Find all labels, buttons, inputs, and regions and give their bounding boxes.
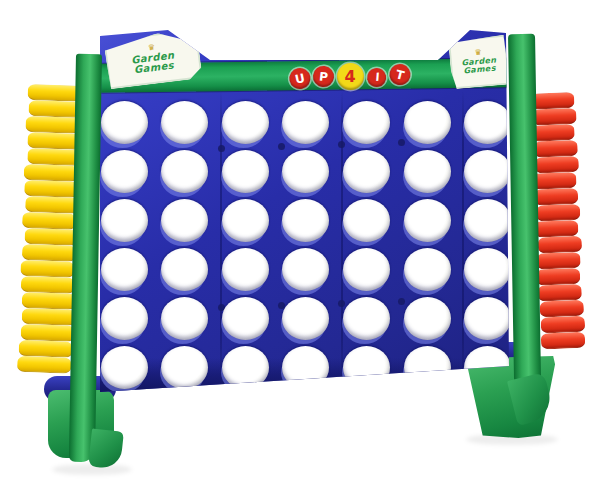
red-reserve-disc <box>540 300 585 318</box>
empty-hole <box>222 346 269 389</box>
red-reserve-disc <box>536 252 581 270</box>
red-reserve-disc <box>532 172 577 190</box>
cell-r5c2 <box>155 294 216 343</box>
cell-r6c4 <box>276 343 337 392</box>
cell-r5c5 <box>336 294 397 343</box>
empty-hole <box>404 346 451 389</box>
empty-hole <box>343 248 390 291</box>
brand-name-line2: Games <box>134 61 175 76</box>
empty-hole <box>161 346 208 389</box>
empty-hole <box>464 101 511 144</box>
yellow-reserve-disc <box>24 180 79 198</box>
empty-hole <box>282 248 329 291</box>
empty-hole <box>282 150 329 193</box>
brand-logo-right: ♛ Garden Games <box>448 35 510 90</box>
red-reserve-disc <box>536 268 581 286</box>
yellow-reserve-disc <box>19 340 74 358</box>
empty-hole <box>101 101 148 144</box>
yellow-reserve-disc <box>22 244 77 262</box>
red-reserve-disc <box>533 140 578 158</box>
title-badge-U: U <box>287 66 312 91</box>
red-reserve-disc <box>534 156 579 174</box>
empty-hole <box>222 150 269 193</box>
cell-r3c7 <box>457 196 518 245</box>
empty-hole <box>343 101 390 144</box>
empty-hole <box>222 248 269 291</box>
cell-r2c2 <box>155 147 216 196</box>
cell-r6c5 <box>336 343 397 392</box>
cell-r2c5 <box>336 147 397 196</box>
yellow-reserve-disc <box>25 116 80 134</box>
empty-hole <box>282 346 329 389</box>
cell-r1c2 <box>155 98 216 147</box>
empty-hole <box>161 297 208 340</box>
empty-hole <box>282 297 329 340</box>
yellow-reserve-disc <box>22 212 77 230</box>
red-reserve-disc <box>538 236 583 254</box>
cell-r4c2 <box>155 245 216 294</box>
yellow-reserve-disc <box>24 228 79 246</box>
empty-hole <box>464 199 511 242</box>
empty-hole <box>101 150 148 193</box>
red-reserve-disc <box>530 124 575 142</box>
cell-r6c3 <box>215 343 276 392</box>
empty-hole <box>101 248 148 291</box>
red-reserve-disc <box>534 220 579 238</box>
empty-hole <box>161 150 208 193</box>
empty-hole <box>464 150 511 193</box>
cell-r4c7 <box>457 245 518 294</box>
cell-r4c3 <box>215 245 276 294</box>
cell-r1c5 <box>336 98 397 147</box>
yellow-reserve-disc <box>22 308 77 326</box>
empty-hole <box>101 199 148 242</box>
cell-r1c6 <box>397 98 458 147</box>
yellow-reserve-disc <box>22 292 77 310</box>
cell-r3c5 <box>336 196 397 245</box>
yellow-reserve-disc <box>24 164 79 182</box>
empty-hole <box>343 297 390 340</box>
cell-r5c4 <box>276 294 337 343</box>
empty-hole <box>101 346 148 389</box>
cell-r1c1 <box>94 98 155 147</box>
product-photo: ♛ Garden Games ♛ Garden Games UP4IT <box>0 0 610 493</box>
empty-hole <box>161 101 208 144</box>
empty-hole <box>161 248 208 291</box>
cell-r1c4 <box>276 98 337 147</box>
cell-r3c4 <box>276 196 337 245</box>
cell-r5c1 <box>94 294 155 343</box>
cell-r2c3 <box>215 147 276 196</box>
cell-r2c4 <box>276 147 337 196</box>
yellow-reserve-disc <box>21 324 76 342</box>
empty-hole <box>222 101 269 144</box>
right-frame-post <box>508 34 541 386</box>
hole-grid <box>94 98 518 392</box>
cell-r5c6 <box>397 294 458 343</box>
yellow-reserve-disc <box>21 276 76 294</box>
cell-r6c2 <box>155 343 216 392</box>
yellow-reserve-disc <box>20 260 75 278</box>
empty-hole <box>282 199 329 242</box>
empty-hole <box>343 199 390 242</box>
empty-hole <box>404 199 451 242</box>
red-reserve-disc <box>537 284 582 302</box>
red-reserve-disc <box>541 332 586 350</box>
empty-hole <box>161 199 208 242</box>
empty-hole <box>404 248 451 291</box>
cell-r3c6 <box>397 196 458 245</box>
cell-r1c3 <box>215 98 276 147</box>
title-badge-T: T <box>387 61 412 86</box>
cell-r6c6 <box>397 343 458 392</box>
red-reserve-disc <box>530 92 575 110</box>
empty-hole <box>282 101 329 144</box>
title-badges: UP4IT <box>284 61 414 91</box>
title-badge-P: P <box>311 64 334 87</box>
empty-hole <box>343 150 390 193</box>
cell-r6c1 <box>94 343 155 392</box>
left-leg-tip <box>88 428 124 469</box>
title-badge-I: I <box>365 66 387 88</box>
cell-r4c5 <box>336 245 397 294</box>
cell-r2c1 <box>94 147 155 196</box>
cell-r5c3 <box>215 294 276 343</box>
cell-r4c1 <box>94 245 155 294</box>
cell-r3c3 <box>215 196 276 245</box>
red-reserve-disc <box>536 204 581 222</box>
empty-hole <box>404 101 451 144</box>
yellow-reserve-disc <box>25 196 80 214</box>
cell-r4c6 <box>397 245 458 294</box>
title-badge-4: 4 <box>337 63 364 90</box>
yellow-reserve-disc <box>17 356 72 374</box>
red-reserve-disc <box>532 108 577 126</box>
empty-hole <box>404 150 451 193</box>
empty-hole <box>343 346 390 389</box>
cell-r4c4 <box>276 245 337 294</box>
yellow-reserve-disc <box>27 84 82 102</box>
empty-hole <box>222 199 269 242</box>
empty-hole <box>404 297 451 340</box>
cell-r2c6 <box>397 147 458 196</box>
red-reserve-disc <box>534 188 579 206</box>
empty-hole <box>101 297 148 340</box>
empty-hole <box>464 248 511 291</box>
empty-hole <box>464 297 511 340</box>
cell-r3c2 <box>155 196 216 245</box>
cell-r5c7 <box>457 294 518 343</box>
connect-four-board: ♛ Garden Games ♛ Garden Games UP4IT <box>98 28 510 394</box>
red-reserve-disc <box>541 316 586 334</box>
empty-hole <box>222 297 269 340</box>
cell-r3c1 <box>94 196 155 245</box>
cell-r2c7 <box>457 147 518 196</box>
brand-name-line2: Games <box>463 65 496 76</box>
